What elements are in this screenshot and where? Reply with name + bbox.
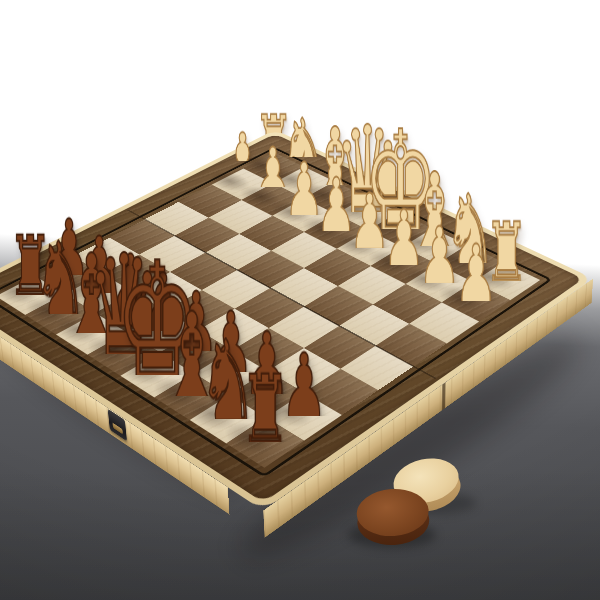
checkers-tray (0, 0, 600, 600)
checker-piece-dark (355, 487, 431, 548)
product-photo-chess-set: { "scene_description": "Open folding woo… (0, 0, 600, 600)
